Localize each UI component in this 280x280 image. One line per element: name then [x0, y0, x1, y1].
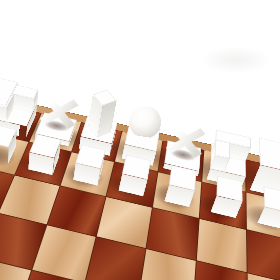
- board-square: [139, 249, 196, 280]
- camera-roll-wrapper: ♖♘♗♔♕♗♘♖♙♙♙♙♙♙♙♙: [0, 0, 280, 280]
- chess-board: ♖♘♗♔♕♗♘♖♙♙♙♙♙♙♙♙: [0, 95, 280, 280]
- board-frame: ♖♘♗♔♕♗♘♖♙♙♙♙♙♙♙♙: [0, 87, 280, 280]
- board-square: [247, 230, 280, 280]
- bauhaus-chess-product-photo: ♖♘♗♔♕♗♘♖♙♙♙♙♙♙♙♙: [0, 0, 280, 280]
- perspective-scene: ♖♘♗♔♕♗♘♖♙♙♙♙♙♙♙♙: [0, 0, 280, 280]
